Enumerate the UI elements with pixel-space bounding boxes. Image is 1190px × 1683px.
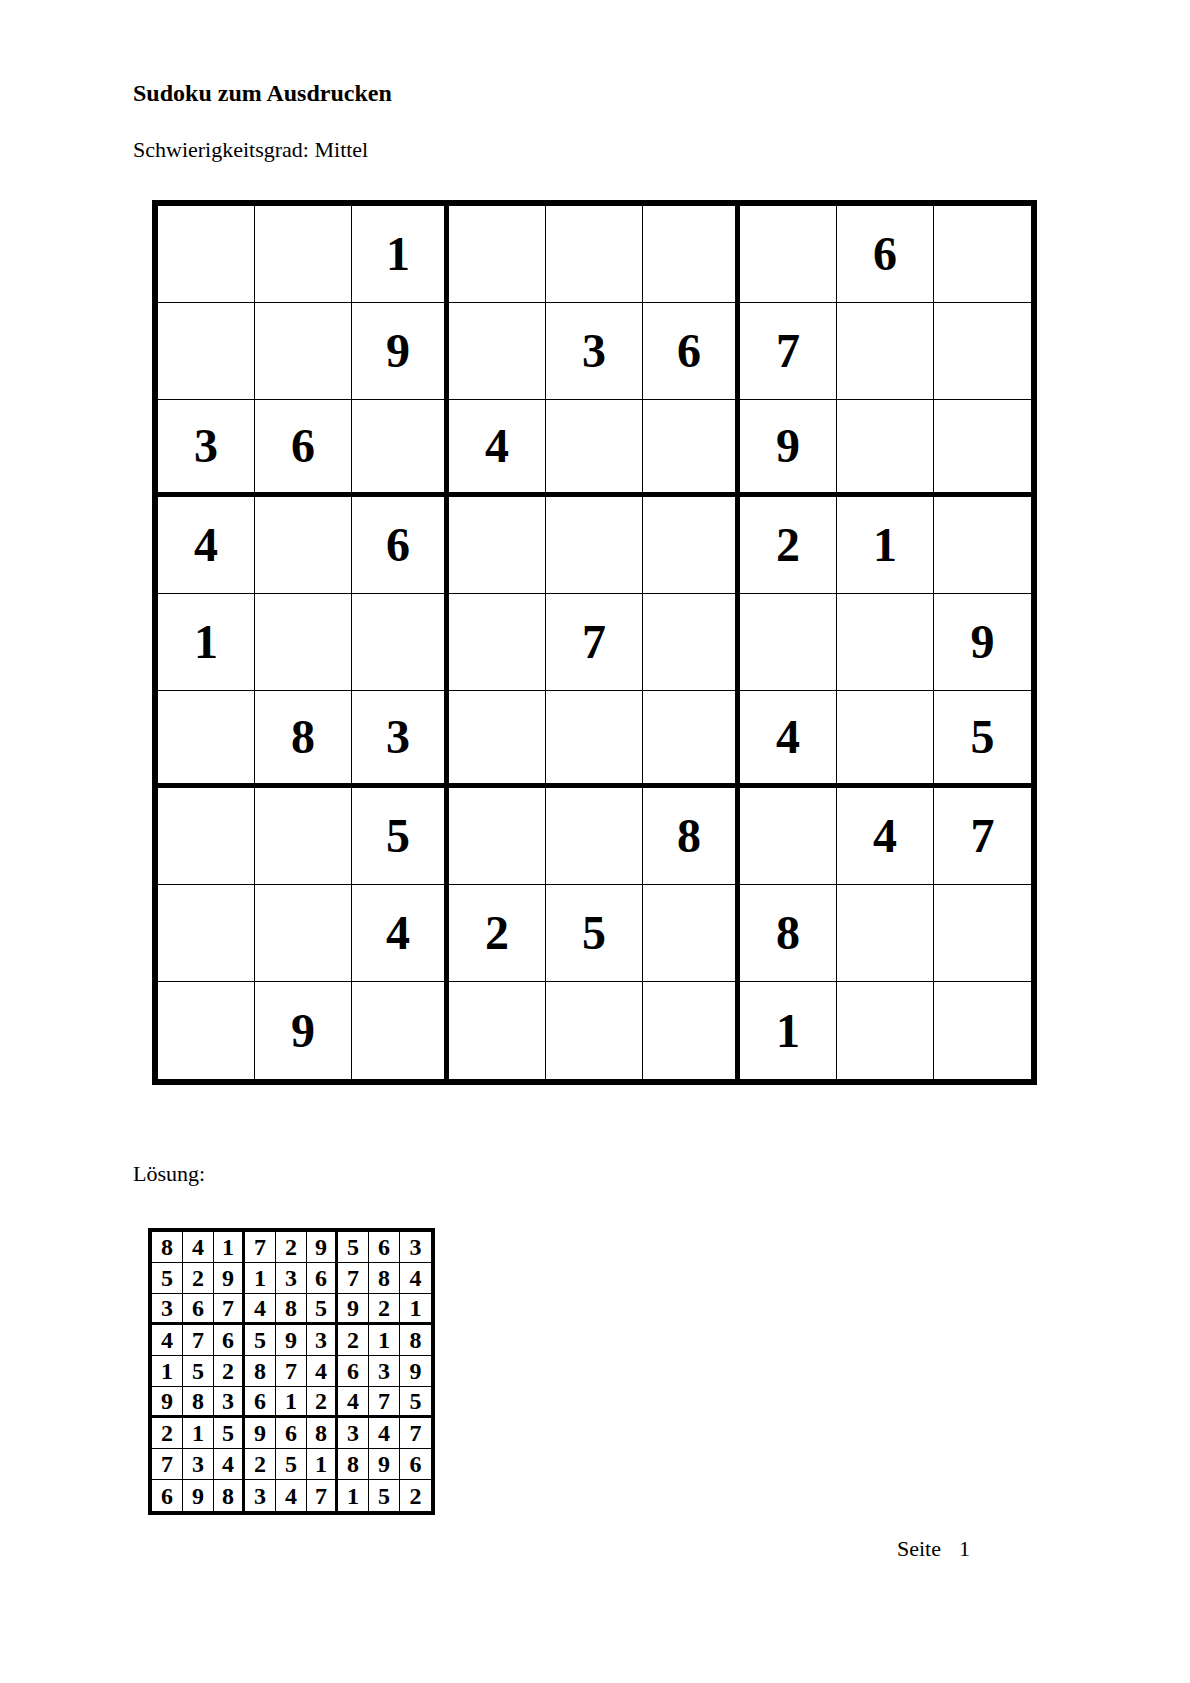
solution-cell-r9c8: 5 <box>369 1480 400 1511</box>
solution-cell-r5c5: 7 <box>276 1356 307 1387</box>
puzzle-cell-r7c2 <box>255 788 352 885</box>
puzzle-cell-r5c1: 1 <box>158 594 255 691</box>
sudoku-puzzle-grid: 1693673649462117983455847425891 <box>152 200 1037 1085</box>
solution-cell-r8c2: 3 <box>183 1449 214 1480</box>
solution-cell-r7c7: 3 <box>338 1418 369 1449</box>
puzzle-cell-r3c5 <box>546 400 643 497</box>
solution-cell-r9c3: 8 <box>214 1480 245 1511</box>
puzzle-cell-r8c4: 2 <box>449 885 546 982</box>
puzzle-cell-r1c1 <box>158 206 255 303</box>
solution-cell-r8c8: 9 <box>369 1449 400 1480</box>
puzzle-cell-r5c3 <box>352 594 449 691</box>
solution-cell-r4c1: 4 <box>152 1325 183 1356</box>
puzzle-cell-r7c7 <box>740 788 837 885</box>
puzzle-cell-r3c8 <box>837 400 934 497</box>
puzzle-cell-r1c3: 1 <box>352 206 449 303</box>
solution-cell-r1c8: 6 <box>369 1232 400 1263</box>
solution-cell-r8c1: 7 <box>152 1449 183 1480</box>
puzzle-cell-r8c6 <box>643 885 740 982</box>
puzzle-cell-r2c6: 6 <box>643 303 740 400</box>
puzzle-cell-r1c5 <box>546 206 643 303</box>
solution-cell-r1c4: 7 <box>245 1232 276 1263</box>
solution-cell-r6c4: 6 <box>245 1387 276 1418</box>
puzzle-cell-r2c7: 7 <box>740 303 837 400</box>
solution-label: Lösung: <box>133 1162 205 1186</box>
puzzle-cell-r5c2 <box>255 594 352 691</box>
solution-cell-r7c5: 6 <box>276 1418 307 1449</box>
solution-cell-r5c9: 9 <box>400 1356 431 1387</box>
solution-cell-r2c4: 1 <box>245 1263 276 1294</box>
puzzle-cell-r3c6 <box>643 400 740 497</box>
solution-cell-r6c6: 2 <box>307 1387 338 1418</box>
solution-cell-r2c3: 9 <box>214 1263 245 1294</box>
solution-cell-r3c3: 7 <box>214 1294 245 1325</box>
solution-cell-r4c3: 6 <box>214 1325 245 1356</box>
solution-cell-r2c1: 5 <box>152 1263 183 1294</box>
puzzle-cell-r6c4 <box>449 691 546 788</box>
puzzle-cell-r1c7 <box>740 206 837 303</box>
puzzle-cell-r2c2 <box>255 303 352 400</box>
solution-cell-r1c5: 2 <box>276 1232 307 1263</box>
puzzle-cell-r8c9 <box>934 885 1031 982</box>
puzzle-cell-r4c1: 4 <box>158 497 255 594</box>
puzzle-cell-r7c5 <box>546 788 643 885</box>
footer-page-number: 1 <box>959 1537 970 1561</box>
puzzle-cell-r8c3: 4 <box>352 885 449 982</box>
footer-page-label: Seite <box>897 1536 941 1561</box>
solution-cell-r7c4: 9 <box>245 1418 276 1449</box>
solution-cell-r4c4: 5 <box>245 1325 276 1356</box>
puzzle-cell-r5c5: 7 <box>546 594 643 691</box>
puzzle-cell-r1c4 <box>449 206 546 303</box>
solution-cell-r9c9: 2 <box>400 1480 431 1511</box>
puzzle-cell-r6c7: 4 <box>740 691 837 788</box>
solution-cell-r5c4: 8 <box>245 1356 276 1387</box>
solution-cell-r4c6: 3 <box>307 1325 338 1356</box>
puzzle-cell-r7c6: 8 <box>643 788 740 885</box>
puzzle-cell-r4c9 <box>934 497 1031 594</box>
solution-cell-r3c4: 4 <box>245 1294 276 1325</box>
puzzle-cell-r6c1 <box>158 691 255 788</box>
solution-cell-r6c8: 7 <box>369 1387 400 1418</box>
solution-cell-r3c7: 9 <box>338 1294 369 1325</box>
solution-cell-r1c6: 9 <box>307 1232 338 1263</box>
puzzle-cell-r7c9: 7 <box>934 788 1031 885</box>
puzzle-cell-r6c9: 5 <box>934 691 1031 788</box>
solution-cell-r9c5: 4 <box>276 1480 307 1511</box>
puzzle-cell-r9c3 <box>352 982 449 1079</box>
puzzle-cell-r5c4 <box>449 594 546 691</box>
puzzle-cell-r9c1 <box>158 982 255 1079</box>
solution-cell-r5c2: 5 <box>183 1356 214 1387</box>
puzzle-cell-r5c8 <box>837 594 934 691</box>
solution-cell-r2c6: 6 <box>307 1263 338 1294</box>
puzzle-cell-r1c2 <box>255 206 352 303</box>
puzzle-cell-r3c4: 4 <box>449 400 546 497</box>
puzzle-cell-r1c8: 6 <box>837 206 934 303</box>
solution-cell-r1c9: 3 <box>400 1232 431 1263</box>
puzzle-cell-r6c8 <box>837 691 934 788</box>
puzzle-cell-r7c3: 5 <box>352 788 449 885</box>
puzzle-cell-r7c4 <box>449 788 546 885</box>
solution-cell-r3c5: 8 <box>276 1294 307 1325</box>
solution-cell-r5c1: 1 <box>152 1356 183 1387</box>
page-title: Sudoku zum Ausdrucken <box>133 80 392 106</box>
puzzle-cell-r4c3: 6 <box>352 497 449 594</box>
puzzle-cell-r9c7: 1 <box>740 982 837 1079</box>
solution-cell-r8c4: 2 <box>245 1449 276 1480</box>
solution-cell-r9c4: 3 <box>245 1480 276 1511</box>
page-footer: Seite1 <box>897 1537 970 1561</box>
solution-cell-r6c7: 4 <box>338 1387 369 1418</box>
solution-cell-r5c3: 2 <box>214 1356 245 1387</box>
puzzle-cell-r4c2 <box>255 497 352 594</box>
solution-cell-r5c7: 6 <box>338 1356 369 1387</box>
solution-cell-r5c8: 3 <box>369 1356 400 1387</box>
puzzle-cell-r2c5: 3 <box>546 303 643 400</box>
solution-cell-r3c6: 5 <box>307 1294 338 1325</box>
puzzle-cell-r9c8 <box>837 982 934 1079</box>
solution-cell-r7c9: 7 <box>400 1418 431 1449</box>
puzzle-cell-r7c1 <box>158 788 255 885</box>
puzzle-cell-r9c5 <box>546 982 643 1079</box>
solution-cell-r9c1: 6 <box>152 1480 183 1511</box>
solution-cell-r8c3: 4 <box>214 1449 245 1480</box>
solution-cell-r8c6: 1 <box>307 1449 338 1480</box>
solution-cell-r4c2: 7 <box>183 1325 214 1356</box>
solution-cell-r2c5: 3 <box>276 1263 307 1294</box>
solution-cell-r1c7: 5 <box>338 1232 369 1263</box>
solution-cell-r7c8: 4 <box>369 1418 400 1449</box>
puzzle-cell-r4c5 <box>546 497 643 594</box>
solution-cell-r2c8: 8 <box>369 1263 400 1294</box>
solution-cell-r7c3: 5 <box>214 1418 245 1449</box>
puzzle-cell-r8c5: 5 <box>546 885 643 982</box>
puzzle-cell-r9c9 <box>934 982 1031 1079</box>
solution-cell-r1c3: 1 <box>214 1232 245 1263</box>
solution-cell-r4c7: 2 <box>338 1325 369 1356</box>
puzzle-cell-r5c6 <box>643 594 740 691</box>
puzzle-cell-r4c6 <box>643 497 740 594</box>
puzzle-cell-r8c1 <box>158 885 255 982</box>
solution-cell-r9c6: 7 <box>307 1480 338 1511</box>
puzzle-cell-r6c5 <box>546 691 643 788</box>
puzzle-cell-r3c9 <box>934 400 1031 497</box>
solution-cell-r2c2: 2 <box>183 1263 214 1294</box>
puzzle-cell-r3c1: 3 <box>158 400 255 497</box>
puzzle-cell-r2c8 <box>837 303 934 400</box>
solution-cell-r3c9: 1 <box>400 1294 431 1325</box>
puzzle-cell-r2c9 <box>934 303 1031 400</box>
solution-cell-r4c5: 9 <box>276 1325 307 1356</box>
solution-cell-r8c5: 5 <box>276 1449 307 1480</box>
solution-cell-r4c9: 8 <box>400 1325 431 1356</box>
puzzle-cell-r8c2 <box>255 885 352 982</box>
solution-cell-r9c2: 9 <box>183 1480 214 1511</box>
puzzle-cell-r9c2: 9 <box>255 982 352 1079</box>
puzzle-cell-r3c3 <box>352 400 449 497</box>
puzzle-cell-r1c6 <box>643 206 740 303</box>
solution-cell-r6c1: 9 <box>152 1387 183 1418</box>
solution-cell-r6c9: 5 <box>400 1387 431 1418</box>
puzzle-cell-r1c9 <box>934 206 1031 303</box>
puzzle-cell-r6c6 <box>643 691 740 788</box>
puzzle-cell-r5c9: 9 <box>934 594 1031 691</box>
solution-cell-r2c7: 7 <box>338 1263 369 1294</box>
solution-cell-r6c5: 1 <box>276 1387 307 1418</box>
solution-cell-r3c1: 3 <box>152 1294 183 1325</box>
solution-cell-r6c3: 3 <box>214 1387 245 1418</box>
puzzle-cell-r3c7: 9 <box>740 400 837 497</box>
solution-cell-r1c1: 8 <box>152 1232 183 1263</box>
solution-cell-r4c8: 1 <box>369 1325 400 1356</box>
solution-cell-r8c9: 6 <box>400 1449 431 1480</box>
solution-cell-r7c6: 8 <box>307 1418 338 1449</box>
difficulty-label: Schwierigkeitsgrad: Mittel <box>133 138 368 162</box>
puzzle-cell-r8c8 <box>837 885 934 982</box>
solution-cell-r8c7: 8 <box>338 1449 369 1480</box>
document-page: Sudoku zum Ausdrucken Schwierigkeitsgrad… <box>0 0 1190 1683</box>
solution-cell-r7c2: 1 <box>183 1418 214 1449</box>
solution-cell-r3c2: 6 <box>183 1294 214 1325</box>
solution-cell-r6c2: 8 <box>183 1387 214 1418</box>
puzzle-cell-r9c4 <box>449 982 546 1079</box>
solution-cell-r5c6: 4 <box>307 1356 338 1387</box>
puzzle-cell-r2c3: 9 <box>352 303 449 400</box>
puzzle-cell-r9c6 <box>643 982 740 1079</box>
puzzle-cell-r2c4 <box>449 303 546 400</box>
puzzle-cell-r4c4 <box>449 497 546 594</box>
solution-cell-r9c7: 1 <box>338 1480 369 1511</box>
solution-cell-r3c8: 2 <box>369 1294 400 1325</box>
solution-cell-r7c1: 2 <box>152 1418 183 1449</box>
puzzle-cell-r3c2: 6 <box>255 400 352 497</box>
solution-cell-r2c9: 4 <box>400 1263 431 1294</box>
puzzle-cell-r7c8: 4 <box>837 788 934 885</box>
puzzle-cell-r2c1 <box>158 303 255 400</box>
puzzle-cell-r8c7: 8 <box>740 885 837 982</box>
sudoku-solution-grid: 8417295635291367843674859214765932181528… <box>148 1228 435 1515</box>
solution-cell-r1c2: 4 <box>183 1232 214 1263</box>
puzzle-cell-r5c7 <box>740 594 837 691</box>
puzzle-cell-r4c8: 1 <box>837 497 934 594</box>
puzzle-cell-r6c2: 8 <box>255 691 352 788</box>
puzzle-cell-r6c3: 3 <box>352 691 449 788</box>
puzzle-cell-r4c7: 2 <box>740 497 837 594</box>
